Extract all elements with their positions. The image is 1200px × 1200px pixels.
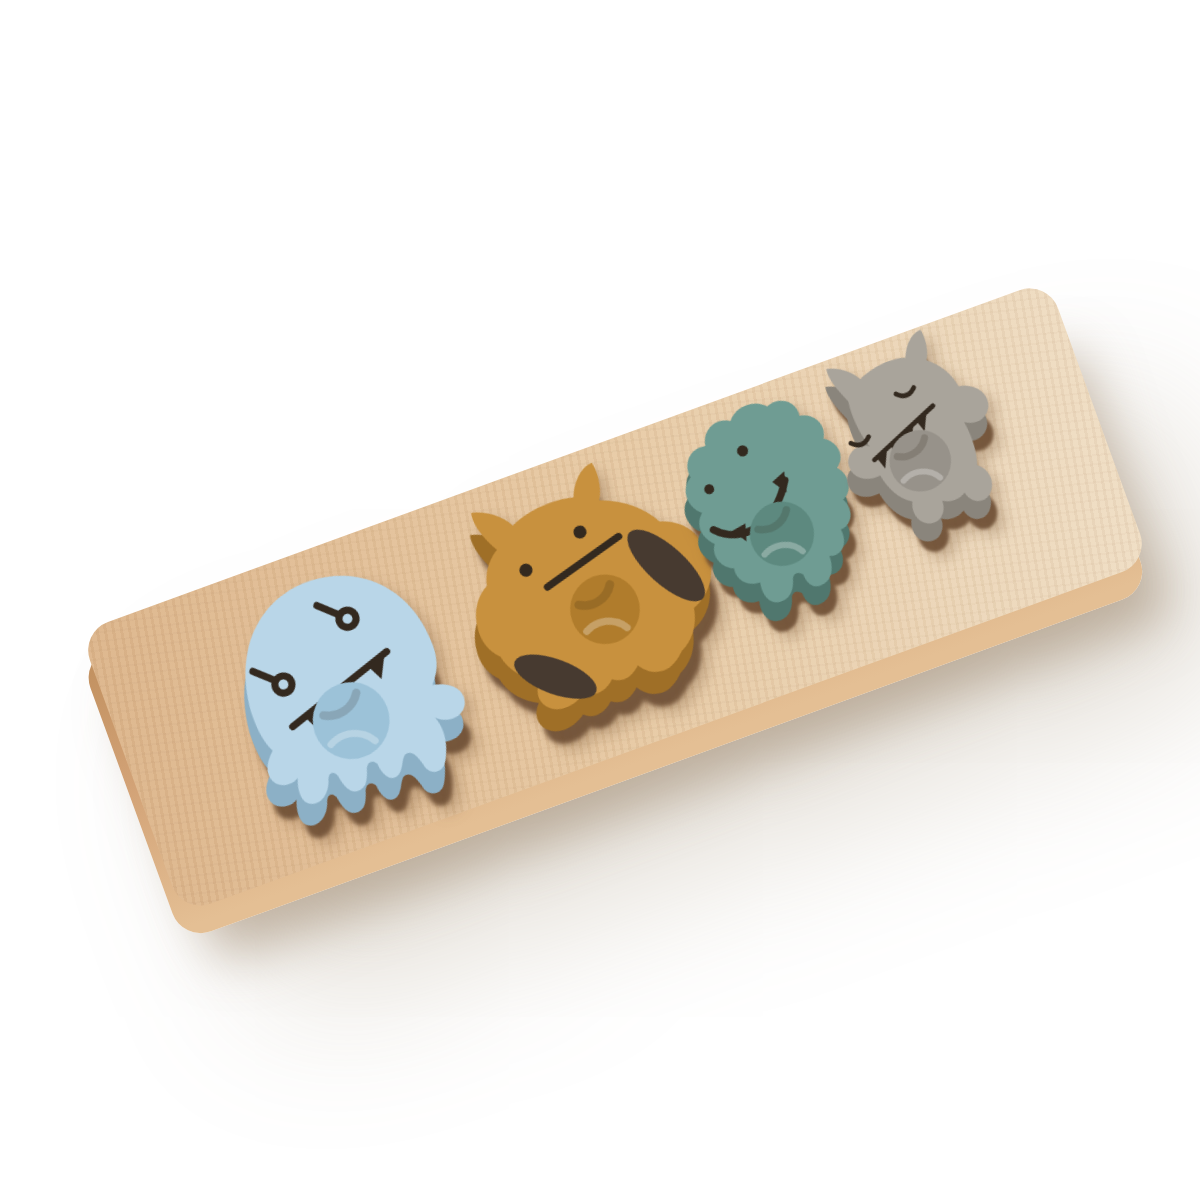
product-photo-canvas: [0, 0, 1200, 1200]
puzzle-board: [80, 280, 1150, 914]
